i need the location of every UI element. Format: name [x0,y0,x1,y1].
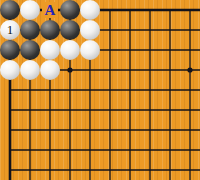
move-number-1: 1 [0,20,20,40]
white-stone[interactable] [0,60,20,80]
star-point [67,67,72,72]
black-stone[interactable] [20,20,40,40]
white-stone[interactable] [60,40,80,60]
white-stone[interactable] [80,40,100,60]
go-board[interactable]: A1 [0,0,200,180]
white-stone[interactable] [40,60,60,80]
black-stone[interactable] [0,40,20,60]
star-point [187,67,192,72]
black-stone[interactable] [40,20,60,40]
black-stone[interactable] [60,20,80,40]
white-stone[interactable] [80,0,100,20]
black-stone[interactable] [0,0,20,20]
white-stone[interactable] [20,0,40,20]
white-stone[interactable] [20,60,40,80]
black-stone[interactable] [60,0,80,20]
white-stone[interactable] [40,40,60,60]
point-label-a[interactable]: A [42,2,58,18]
black-stone[interactable] [20,40,40,60]
white-stone[interactable] [80,20,100,40]
